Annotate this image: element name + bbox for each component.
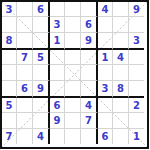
cell-r1c7[interactable]: 4 <box>98 2 113 17</box>
cell-r6c2[interactable]: 6 <box>17 81 33 98</box>
cell-r9c8[interactable] <box>113 129 129 144</box>
cell-r7c8[interactable] <box>113 98 129 113</box>
cell-r8c6[interactable]: 7 <box>81 113 98 129</box>
cell-r1c1[interactable]: 3 <box>2 2 17 17</box>
cell-r6c7[interactable]: 3 <box>98 81 113 98</box>
cell-r4c3[interactable]: 5 <box>33 50 50 65</box>
cell-r9c9[interactable]: 1 <box>129 129 144 144</box>
cell-r9c6[interactable] <box>81 129 98 144</box>
cell-r3c8[interactable] <box>113 33 129 50</box>
cell-r2c3[interactable] <box>33 17 50 33</box>
cell-r5c2[interactable] <box>17 65 33 81</box>
cell-r6c3[interactable]: 9 <box>33 81 50 98</box>
sudoku-grid: 3649368193751469385642977461 <box>2 2 147 147</box>
cell-r1c2[interactable] <box>17 2 33 17</box>
cell-r1c5[interactable] <box>65 2 81 17</box>
cell-r4c6[interactable] <box>81 50 98 65</box>
cell-r6c4[interactable] <box>50 81 65 98</box>
cell-r7c1[interactable]: 5 <box>2 98 17 113</box>
cell-r6c8[interactable]: 8 <box>113 81 129 98</box>
cell-r3c4[interactable]: 1 <box>50 33 65 50</box>
cell-r8c9[interactable] <box>129 113 144 129</box>
cell-r5c7[interactable] <box>98 65 113 81</box>
cell-r5c8[interactable] <box>113 65 129 81</box>
cell-r4c5[interactable] <box>65 50 81 65</box>
cell-r7c4[interactable]: 6 <box>50 98 65 113</box>
cell-r5c6[interactable] <box>81 65 98 81</box>
cell-r6c9[interactable] <box>129 81 144 98</box>
cell-r9c3[interactable]: 4 <box>33 129 50 144</box>
cell-r2c4[interactable]: 3 <box>50 17 65 33</box>
cell-r8c3[interactable] <box>33 113 50 129</box>
cell-r7c7[interactable] <box>98 98 113 113</box>
cell-r4c4[interactable] <box>50 50 65 65</box>
cell-r6c5[interactable] <box>65 81 81 98</box>
cell-r5c5[interactable] <box>65 65 81 81</box>
cell-r9c2[interactable] <box>17 129 33 144</box>
cell-r3c5[interactable] <box>65 33 81 50</box>
cell-r8c2[interactable] <box>17 113 33 129</box>
cell-r8c4[interactable]: 9 <box>50 113 65 129</box>
cell-r8c1[interactable] <box>2 113 17 129</box>
cell-r7c9[interactable]: 2 <box>129 98 144 113</box>
cell-r9c1[interactable]: 7 <box>2 129 17 144</box>
cell-r6c6[interactable] <box>81 81 98 98</box>
cell-r2c6[interactable]: 6 <box>81 17 98 33</box>
cell-r4c8[interactable]: 4 <box>113 50 129 65</box>
cell-r9c7[interactable]: 6 <box>98 129 113 144</box>
cell-r3c6[interactable]: 9 <box>81 33 98 50</box>
cell-r2c5[interactable] <box>65 17 81 33</box>
cell-r5c9[interactable] <box>129 65 144 81</box>
cell-r2c9[interactable] <box>129 17 144 33</box>
cell-r4c9[interactable] <box>129 50 144 65</box>
cell-r2c2[interactable] <box>17 17 33 33</box>
cell-r6c1[interactable] <box>2 81 17 98</box>
cell-r3c2[interactable] <box>17 33 33 50</box>
cell-r9c4[interactable] <box>50 129 65 144</box>
cell-r9c5[interactable] <box>65 129 81 144</box>
cell-r4c7[interactable]: 1 <box>98 50 113 65</box>
cell-r7c5[interactable] <box>65 98 81 113</box>
cell-r2c8[interactable] <box>113 17 129 33</box>
cell-r8c7[interactable] <box>98 113 113 129</box>
cell-r7c2[interactable] <box>17 98 33 113</box>
cell-r2c7[interactable] <box>98 17 113 33</box>
cell-r5c4[interactable] <box>50 65 65 81</box>
cell-r7c3[interactable] <box>33 98 50 113</box>
cell-r1c8[interactable] <box>113 2 129 17</box>
cell-r1c3[interactable]: 6 <box>33 2 50 17</box>
cell-r1c4[interactable] <box>50 2 65 17</box>
cell-r1c6[interactable] <box>81 2 98 17</box>
cell-r5c1[interactable] <box>2 65 17 81</box>
cell-r3c9[interactable]: 3 <box>129 33 144 50</box>
cell-r5c3[interactable] <box>33 65 50 81</box>
cell-r7c6[interactable]: 4 <box>81 98 98 113</box>
cell-r8c8[interactable] <box>113 113 129 129</box>
cell-r8c5[interactable] <box>65 113 81 129</box>
cell-r4c1[interactable] <box>2 50 17 65</box>
sudoku-board: 3649368193751469385642977461 <box>0 0 149 149</box>
cell-r1c9[interactable]: 9 <box>129 2 144 17</box>
cell-r4c2[interactable]: 7 <box>17 50 33 65</box>
cell-r2c1[interactable] <box>2 17 17 33</box>
cell-r3c3[interactable] <box>33 33 50 50</box>
cell-r3c7[interactable] <box>98 33 113 50</box>
cell-r3c1[interactable]: 8 <box>2 33 17 50</box>
